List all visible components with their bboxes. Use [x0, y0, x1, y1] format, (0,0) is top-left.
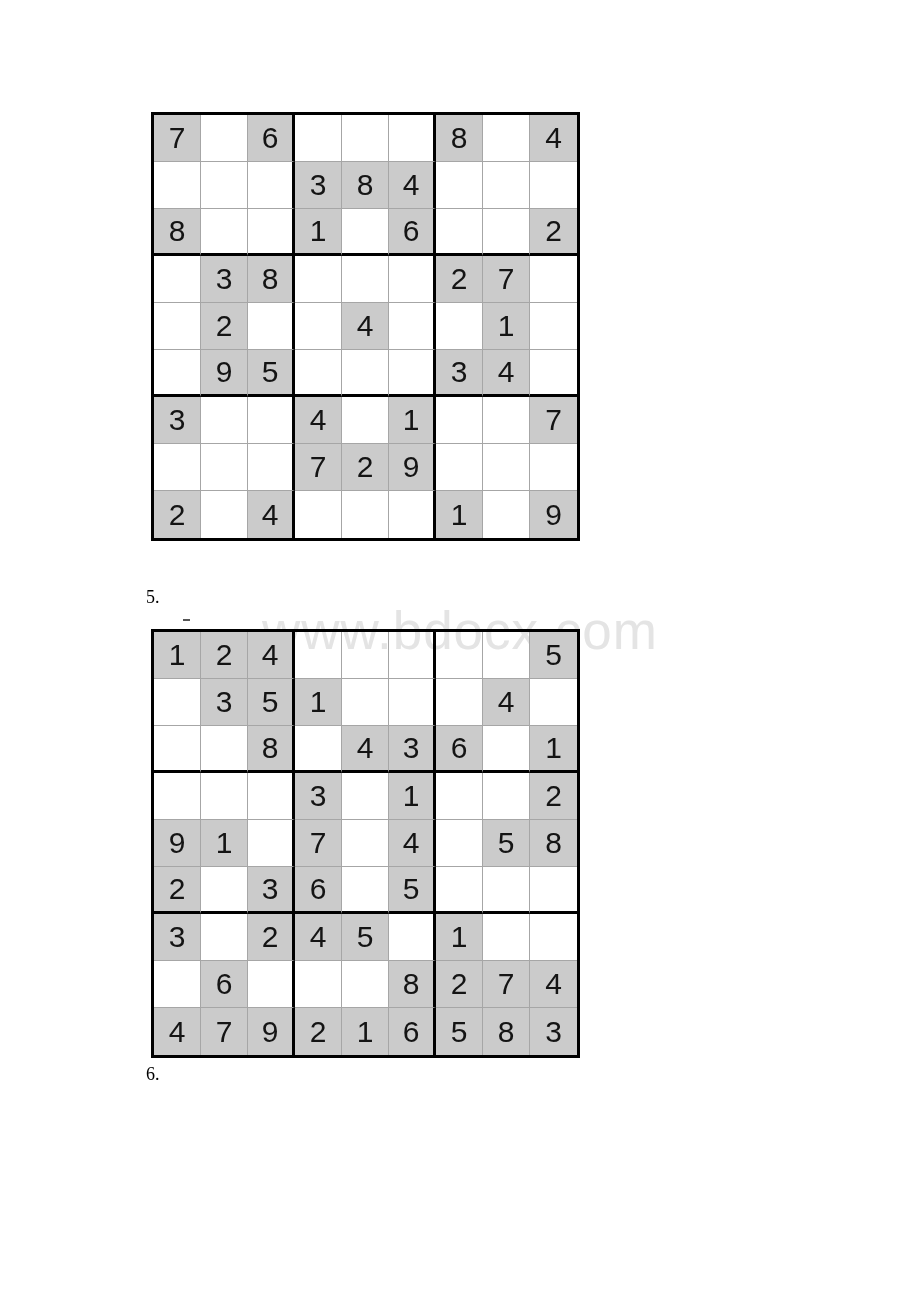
board-bottom-cell-r2c7	[436, 679, 483, 726]
board-bottom-cell-r5c7	[436, 820, 483, 867]
board-bottom-cell-r1c9: 5	[530, 632, 577, 679]
board-bottom-cell-r2c3: 5	[248, 679, 295, 726]
board-top-cell-r9c1: 2	[154, 491, 201, 538]
board-bottom-cell-r8c9: 4	[530, 961, 577, 1008]
document-page: 768438481623827241953434177292419 5. 124…	[0, 0, 920, 1302]
board-bottom-cell-r6c9	[530, 867, 577, 914]
board-bottom-cell-r5c3	[248, 820, 295, 867]
board-bottom-cell-r1c8	[483, 632, 530, 679]
board-bottom-cell-r7c7: 1	[436, 914, 483, 961]
board-bottom-cell-r6c6: 5	[389, 867, 436, 914]
board-bottom-cell-r1c3: 4	[248, 632, 295, 679]
board-bottom-cell-r5c8: 5	[483, 820, 530, 867]
board-bottom-cell-r2c8: 4	[483, 679, 530, 726]
board-bottom-cell-r1c6	[389, 632, 436, 679]
board-top-cell-r6c5	[342, 350, 389, 397]
board-bottom-cell-r3c8	[483, 726, 530, 773]
board-bottom-cell-r3c7: 6	[436, 726, 483, 773]
board-top-cell-r5c1	[154, 303, 201, 350]
board-top-cell-r3c8	[483, 209, 530, 256]
board-top-cell-r3c7	[436, 209, 483, 256]
board-bottom-cell-r6c4: 6	[295, 867, 342, 914]
board-top-cell-r5c2: 2	[201, 303, 248, 350]
board-bottom-cell-r6c1: 2	[154, 867, 201, 914]
board-bottom-cell-r7c3: 2	[248, 914, 295, 961]
board-top-cell-r6c4	[295, 350, 342, 397]
board-bottom-cell-r5c4: 7	[295, 820, 342, 867]
board-top-cell-r1c1: 7	[154, 115, 201, 162]
board-top-cell-r1c2	[201, 115, 248, 162]
board-bottom-cell-r1c7	[436, 632, 483, 679]
board-top-cell-r5c3	[248, 303, 295, 350]
board-bottom-cell-r8c5	[342, 961, 389, 1008]
board-top-cell-r5c4	[295, 303, 342, 350]
board-bottom-cell-r3c9: 1	[530, 726, 577, 773]
board-bottom-cell-r8c6: 8	[389, 961, 436, 1008]
board-bottom-cell-r9c1: 4	[154, 1008, 201, 1055]
board-bottom-cell-r2c4: 1	[295, 679, 342, 726]
board-bottom-cell-r6c5	[342, 867, 389, 914]
board-bottom-cell-r4c5	[342, 773, 389, 820]
board-top-cell-r4c6	[389, 256, 436, 303]
board-top-cell-r8c7	[436, 444, 483, 491]
board-top-cell-r5c5: 4	[342, 303, 389, 350]
board-top-cell-r5c9	[530, 303, 577, 350]
board-top-cell-r4c8: 7	[483, 256, 530, 303]
board-bottom-cell-r6c8	[483, 867, 530, 914]
board-bottom-cell-r4c3	[248, 773, 295, 820]
board-top-cell-r2c3	[248, 162, 295, 209]
board-bottom-cell-r5c1: 9	[154, 820, 201, 867]
board-top-cell-r1c4	[295, 115, 342, 162]
board-top-cell-r8c1	[154, 444, 201, 491]
board-top-cell-r4c4	[295, 256, 342, 303]
board-top-cell-r4c1	[154, 256, 201, 303]
board-bottom-cell-r9c2: 7	[201, 1008, 248, 1055]
board-top-cell-r8c9	[530, 444, 577, 491]
board-top-cell-r9c2	[201, 491, 248, 538]
board-bottom-cell-r4c6: 1	[389, 773, 436, 820]
board-bottom-cell-r9c4: 2	[295, 1008, 342, 1055]
board-top-cell-r2c6: 4	[389, 162, 436, 209]
board-bottom-cell-r6c2	[201, 867, 248, 914]
board-bottom-cell-r7c1: 3	[154, 914, 201, 961]
board-top-cell-r6c7: 3	[436, 350, 483, 397]
board-bottom-cell-r7c9	[530, 914, 577, 961]
board-top-cell-r3c5	[342, 209, 389, 256]
board-top-cell-r8c6: 9	[389, 444, 436, 491]
board-bottom-cell-r9c7: 5	[436, 1008, 483, 1055]
board-top-cell-r4c3: 8	[248, 256, 295, 303]
board-top-cell-r9c9: 9	[530, 491, 577, 538]
board-top-cell-r2c7	[436, 162, 483, 209]
board-top-cell-r8c4: 7	[295, 444, 342, 491]
board-bottom-cell-r6c3: 3	[248, 867, 295, 914]
board-top-cell-r1c5	[342, 115, 389, 162]
board-bottom-cell-r4c1	[154, 773, 201, 820]
board-bottom-cell-r7c2	[201, 914, 248, 961]
stray-mark	[183, 619, 190, 621]
board-top-cell-r5c8: 1	[483, 303, 530, 350]
board-top-cell-r7c6: 1	[389, 397, 436, 444]
board-top-cell-r7c7	[436, 397, 483, 444]
board-top-cell-r4c2: 3	[201, 256, 248, 303]
board-bottom-cell-r7c8	[483, 914, 530, 961]
board-bottom-cell-r1c2: 2	[201, 632, 248, 679]
board-top-cell-r3c9: 2	[530, 209, 577, 256]
board-bottom-cell-r6c7	[436, 867, 483, 914]
board-top-cell-r8c3	[248, 444, 295, 491]
board-bottom-cell-r2c9	[530, 679, 577, 726]
puzzle-number-label-5: 5.	[146, 587, 160, 608]
board-bottom-cell-r3c2	[201, 726, 248, 773]
board-top-cell-r8c2	[201, 444, 248, 491]
board-top-cell-r1c7: 8	[436, 115, 483, 162]
board-top-cell-r9c3: 4	[248, 491, 295, 538]
board-bottom-cell-r2c6	[389, 679, 436, 726]
board-top-cell-r8c5: 2	[342, 444, 389, 491]
sudoku-board-top: 768438481623827241953434177292419	[151, 112, 580, 541]
board-top-cell-r4c9	[530, 256, 577, 303]
board-top-cell-r7c2	[201, 397, 248, 444]
board-top-cell-r6c8: 4	[483, 350, 530, 397]
board-bottom-cell-r3c1	[154, 726, 201, 773]
board-top-cell-r5c6	[389, 303, 436, 350]
board-top-cell-r3c4: 1	[295, 209, 342, 256]
sudoku-board-bottom: 1245351484361312917458236532451682744792…	[151, 629, 580, 1058]
board-top-cell-r6c6	[389, 350, 436, 397]
board-bottom-cell-r2c1	[154, 679, 201, 726]
board-top-cell-r7c9: 7	[530, 397, 577, 444]
board-bottom-cell-r3c5: 4	[342, 726, 389, 773]
board-top-cell-r4c5	[342, 256, 389, 303]
board-bottom-cell-r9c9: 3	[530, 1008, 577, 1055]
board-top-cell-r1c3: 6	[248, 115, 295, 162]
board-bottom-cell-r4c9: 2	[530, 773, 577, 820]
board-bottom-cell-r4c7	[436, 773, 483, 820]
board-top-cell-r2c8	[483, 162, 530, 209]
board-bottom-cell-r5c6: 4	[389, 820, 436, 867]
board-bottom-cell-r1c1: 1	[154, 632, 201, 679]
board-top-cell-r5c7	[436, 303, 483, 350]
board-bottom-cell-r3c4	[295, 726, 342, 773]
board-top-cell-r7c5	[342, 397, 389, 444]
board-bottom-cell-r4c4: 3	[295, 773, 342, 820]
board-top-cell-r2c9	[530, 162, 577, 209]
board-top-cell-r3c6: 6	[389, 209, 436, 256]
board-top-cell-r3c2	[201, 209, 248, 256]
board-bottom-cell-r9c5: 1	[342, 1008, 389, 1055]
board-bottom-cell-r5c9: 8	[530, 820, 577, 867]
board-top-cell-r7c4: 4	[295, 397, 342, 444]
board-top-cell-r6c9	[530, 350, 577, 397]
board-top-cell-r9c5	[342, 491, 389, 538]
board-top-cell-r7c3	[248, 397, 295, 444]
board-bottom-cell-r9c8: 8	[483, 1008, 530, 1055]
board-top-cell-r3c1: 8	[154, 209, 201, 256]
board-top-cell-r6c2: 9	[201, 350, 248, 397]
board-bottom-cell-r5c2: 1	[201, 820, 248, 867]
board-top-cell-r9c6	[389, 491, 436, 538]
board-bottom-cell-r5c5	[342, 820, 389, 867]
board-top-cell-r7c1: 3	[154, 397, 201, 444]
board-bottom-cell-r4c8	[483, 773, 530, 820]
board-bottom-cell-r3c3: 8	[248, 726, 295, 773]
board-bottom-cell-r1c5	[342, 632, 389, 679]
board-bottom-cell-r7c4: 4	[295, 914, 342, 961]
board-top-cell-r6c3: 5	[248, 350, 295, 397]
board-bottom-cell-r8c7: 2	[436, 961, 483, 1008]
board-bottom-cell-r8c8: 7	[483, 961, 530, 1008]
board-top-cell-r3c3	[248, 209, 295, 256]
board-top-cell-r1c8	[483, 115, 530, 162]
board-top-cell-r1c6	[389, 115, 436, 162]
board-top-cell-r8c8	[483, 444, 530, 491]
board-bottom-cell-r8c2: 6	[201, 961, 248, 1008]
board-bottom-cell-r9c3: 9	[248, 1008, 295, 1055]
board-top-cell-r9c8	[483, 491, 530, 538]
board-top-cell-r9c4	[295, 491, 342, 538]
board-top-cell-r9c7: 1	[436, 491, 483, 538]
board-top-cell-r2c2	[201, 162, 248, 209]
board-bottom-cell-r4c2	[201, 773, 248, 820]
board-bottom-cell-r8c4	[295, 961, 342, 1008]
board-bottom-cell-r8c1	[154, 961, 201, 1008]
board-bottom-cell-r2c2: 3	[201, 679, 248, 726]
board-top-cell-r2c5: 8	[342, 162, 389, 209]
board-top-cell-r6c1	[154, 350, 201, 397]
board-bottom-cell-r7c6	[389, 914, 436, 961]
board-bottom-cell-r7c5: 5	[342, 914, 389, 961]
board-bottom-cell-r8c3	[248, 961, 295, 1008]
board-top-cell-r2c1	[154, 162, 201, 209]
board-bottom-cell-r2c5	[342, 679, 389, 726]
board-top-cell-r7c8	[483, 397, 530, 444]
board-bottom-cell-r9c6: 6	[389, 1008, 436, 1055]
board-bottom-cell-r3c6: 3	[389, 726, 436, 773]
puzzle-number-label-6: 6.	[146, 1064, 160, 1085]
board-top-cell-r1c9: 4	[530, 115, 577, 162]
board-bottom-cell-r1c4	[295, 632, 342, 679]
board-top-cell-r2c4: 3	[295, 162, 342, 209]
board-top-cell-r4c7: 2	[436, 256, 483, 303]
